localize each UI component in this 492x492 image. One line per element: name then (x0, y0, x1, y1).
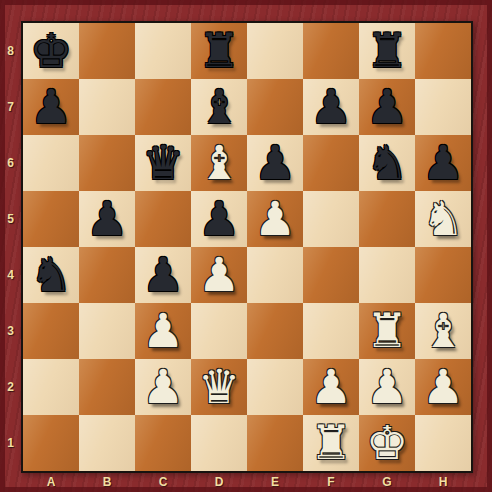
file-label-g: G (359, 471, 415, 492)
file-label-h: H (415, 471, 471, 492)
black-knight-a4[interactable]: ♞ (23, 247, 79, 303)
square-e7[interactable] (247, 79, 303, 135)
white-pawn-f2[interactable]: ♟ (303, 359, 359, 415)
white-pawn-d4[interactable]: ♟ (191, 247, 247, 303)
black-pawn-d5[interactable]: ♟ (191, 191, 247, 247)
square-b3[interactable] (79, 303, 135, 359)
white-knight-h5[interactable]: ♞ (415, 191, 471, 247)
square-h4[interactable] (415, 247, 471, 303)
square-a1[interactable] (23, 415, 79, 471)
black-pawn-e6[interactable]: ♟ (247, 135, 303, 191)
square-g1[interactable]: ♚ (359, 415, 415, 471)
file-label-d: D (191, 471, 247, 492)
rank-label-8: 8 (0, 23, 21, 79)
rank-label-4: 4 (0, 247, 21, 303)
white-bishop-d6[interactable]: ♝ (191, 135, 247, 191)
square-h8[interactable] (415, 23, 471, 79)
square-a2[interactable] (23, 359, 79, 415)
black-king-a8[interactable]: ♚ (23, 23, 79, 79)
rank-label-2: 2 (0, 359, 21, 415)
square-f3[interactable] (303, 303, 359, 359)
square-c1[interactable] (135, 415, 191, 471)
square-g8[interactable]: ♜ (359, 23, 415, 79)
square-d2[interactable]: ♛ (191, 359, 247, 415)
black-knight-g6[interactable]: ♞ (359, 135, 415, 191)
square-h1[interactable] (415, 415, 471, 471)
square-d5[interactable]: ♟ (191, 191, 247, 247)
rank-label-3: 3 (0, 303, 21, 359)
chess-board-frame: ♚♜♜♟♝♟♟♛♝♟♞♟♟♟♟♞♞♟♟♟♜♝♟♛♟♟♟♜♚ 87654321 A… (0, 0, 492, 492)
square-f2[interactable]: ♟ (303, 359, 359, 415)
square-f5[interactable] (303, 191, 359, 247)
square-b1[interactable] (79, 415, 135, 471)
square-e6[interactable]: ♟ (247, 135, 303, 191)
square-c6[interactable]: ♛ (135, 135, 191, 191)
black-rook-d8[interactable]: ♜ (191, 23, 247, 79)
white-king-g1[interactable]: ♚ (359, 415, 415, 471)
square-h2[interactable]: ♟ (415, 359, 471, 415)
white-rook-f1[interactable]: ♜ (303, 415, 359, 471)
black-pawn-g7[interactable]: ♟ (359, 79, 415, 135)
square-c3[interactable]: ♟ (135, 303, 191, 359)
white-bishop-h3[interactable]: ♝ (415, 303, 471, 359)
square-c2[interactable]: ♟ (135, 359, 191, 415)
rank-label-5: 5 (0, 191, 21, 247)
black-pawn-f7[interactable]: ♟ (303, 79, 359, 135)
white-pawn-e5[interactable]: ♟ (247, 191, 303, 247)
square-h3[interactable]: ♝ (415, 303, 471, 359)
square-d6[interactable]: ♝ (191, 135, 247, 191)
square-b7[interactable] (79, 79, 135, 135)
square-c7[interactable] (135, 79, 191, 135)
rank-label-6: 6 (0, 135, 21, 191)
square-d4[interactable]: ♟ (191, 247, 247, 303)
file-label-b: B (79, 471, 135, 492)
black-pawn-c4[interactable]: ♟ (135, 247, 191, 303)
white-pawn-c2[interactable]: ♟ (135, 359, 191, 415)
black-pawn-b5[interactable]: ♟ (79, 191, 135, 247)
white-queen-d2[interactable]: ♛ (191, 359, 247, 415)
white-pawn-c3[interactable]: ♟ (135, 303, 191, 359)
chess-board: ♚♜♜♟♝♟♟♛♝♟♞♟♟♟♟♞♞♟♟♟♜♝♟♛♟♟♟♜♚ (21, 21, 473, 473)
black-rook-g8[interactable]: ♜ (359, 23, 415, 79)
square-c8[interactable] (135, 23, 191, 79)
file-label-e: E (247, 471, 303, 492)
square-a8[interactable]: ♚ (23, 23, 79, 79)
square-e3[interactable] (247, 303, 303, 359)
square-f8[interactable] (303, 23, 359, 79)
square-g4[interactable] (359, 247, 415, 303)
file-label-a: A (23, 471, 79, 492)
square-g2[interactable]: ♟ (359, 359, 415, 415)
square-b6[interactable] (79, 135, 135, 191)
square-b5[interactable]: ♟ (79, 191, 135, 247)
square-a4[interactable]: ♞ (23, 247, 79, 303)
square-d8[interactable]: ♜ (191, 23, 247, 79)
square-d1[interactable] (191, 415, 247, 471)
white-pawn-h2[interactable]: ♟ (415, 359, 471, 415)
square-g7[interactable]: ♟ (359, 79, 415, 135)
square-g6[interactable]: ♞ (359, 135, 415, 191)
square-e2[interactable] (247, 359, 303, 415)
square-e8[interactable] (247, 23, 303, 79)
square-g5[interactable] (359, 191, 415, 247)
black-pawn-h6[interactable]: ♟ (415, 135, 471, 191)
square-f7[interactable]: ♟ (303, 79, 359, 135)
file-label-c: C (135, 471, 191, 492)
white-rook-g3[interactable]: ♜ (359, 303, 415, 359)
square-f4[interactable] (303, 247, 359, 303)
square-e5[interactable]: ♟ (247, 191, 303, 247)
square-h7[interactable] (415, 79, 471, 135)
black-queen-c6[interactable]: ♛ (135, 135, 191, 191)
square-d7[interactable]: ♝ (191, 79, 247, 135)
square-c5[interactable] (135, 191, 191, 247)
square-b2[interactable] (79, 359, 135, 415)
square-f6[interactable] (303, 135, 359, 191)
black-pawn-a7[interactable]: ♟ (23, 79, 79, 135)
rank-label-1: 1 (0, 415, 21, 471)
square-a5[interactable] (23, 191, 79, 247)
square-b8[interactable] (79, 23, 135, 79)
square-a3[interactable] (23, 303, 79, 359)
square-a7[interactable]: ♟ (23, 79, 79, 135)
black-bishop-d7[interactable]: ♝ (191, 79, 247, 135)
square-h5[interactable]: ♞ (415, 191, 471, 247)
file-label-f: F (303, 471, 359, 492)
square-b4[interactable] (79, 247, 135, 303)
rank-label-7: 7 (0, 79, 21, 135)
white-pawn-g2[interactable]: ♟ (359, 359, 415, 415)
square-e1[interactable] (247, 415, 303, 471)
square-h6[interactable]: ♟ (415, 135, 471, 191)
square-a6[interactable] (23, 135, 79, 191)
square-g3[interactable]: ♜ (359, 303, 415, 359)
square-e4[interactable] (247, 247, 303, 303)
square-c4[interactable]: ♟ (135, 247, 191, 303)
square-d3[interactable] (191, 303, 247, 359)
square-f1[interactable]: ♜ (303, 415, 359, 471)
